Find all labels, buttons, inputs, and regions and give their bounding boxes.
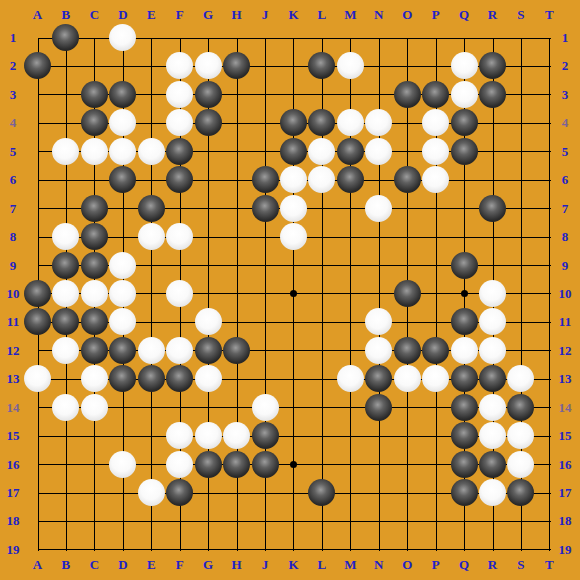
intersection-Q7[interactable] xyxy=(450,194,478,222)
intersection-H13[interactable] xyxy=(222,365,250,393)
intersection-Q16[interactable] xyxy=(450,450,478,478)
intersection-S7[interactable] xyxy=(507,194,535,222)
intersection-H14[interactable] xyxy=(222,393,250,421)
intersection-J8[interactable] xyxy=(251,222,279,250)
intersection-H6[interactable] xyxy=(222,165,250,193)
intersection-B3[interactable] xyxy=(52,80,80,108)
intersection-N13[interactable] xyxy=(365,365,393,393)
intersection-G3[interactable] xyxy=(194,80,222,108)
intersection-L9[interactable] xyxy=(308,251,336,279)
intersection-B12[interactable] xyxy=(52,336,80,364)
intersection-G1[interactable] xyxy=(194,23,222,51)
intersection-F15[interactable] xyxy=(165,421,193,449)
intersection-Q6[interactable] xyxy=(450,165,478,193)
intersection-S5[interactable] xyxy=(507,137,535,165)
intersection-E1[interactable] xyxy=(137,23,165,51)
intersection-R1[interactable] xyxy=(478,23,506,51)
intersection-B10[interactable] xyxy=(52,279,80,307)
intersection-E6[interactable] xyxy=(137,165,165,193)
intersection-J4[interactable] xyxy=(251,109,279,137)
intersection-Q2[interactable] xyxy=(450,52,478,80)
intersection-A5[interactable] xyxy=(23,137,51,165)
intersection-O10[interactable] xyxy=(393,279,421,307)
intersection-N16[interactable] xyxy=(365,450,393,478)
intersection-R17[interactable] xyxy=(478,478,506,506)
intersection-P12[interactable] xyxy=(421,336,449,364)
intersection-L16[interactable] xyxy=(308,450,336,478)
intersection-O4[interactable] xyxy=(393,109,421,137)
intersection-Q5[interactable] xyxy=(450,137,478,165)
intersection-S3[interactable] xyxy=(507,80,535,108)
intersection-L2[interactable] xyxy=(308,52,336,80)
intersection-M6[interactable] xyxy=(336,165,364,193)
intersection-J2[interactable] xyxy=(251,52,279,80)
intersection-O11[interactable] xyxy=(393,308,421,336)
intersection-O18[interactable] xyxy=(393,507,421,535)
intersection-H9[interactable] xyxy=(222,251,250,279)
intersection-G9[interactable] xyxy=(194,251,222,279)
intersection-D17[interactable] xyxy=(109,478,137,506)
intersection-D2[interactable] xyxy=(109,52,137,80)
intersection-J16[interactable] xyxy=(251,450,279,478)
intersection-D10[interactable] xyxy=(109,279,137,307)
intersection-M9[interactable] xyxy=(336,251,364,279)
intersection-P4[interactable] xyxy=(421,109,449,137)
intersection-A8[interactable] xyxy=(23,222,51,250)
intersection-Q17[interactable] xyxy=(450,478,478,506)
intersection-F4[interactable] xyxy=(165,109,193,137)
intersection-F13[interactable] xyxy=(165,365,193,393)
intersection-J10[interactable] xyxy=(251,279,279,307)
intersection-D14[interactable] xyxy=(109,393,137,421)
intersection-L14[interactable] xyxy=(308,393,336,421)
intersection-F12[interactable] xyxy=(165,336,193,364)
intersection-J6[interactable] xyxy=(251,165,279,193)
intersection-L15[interactable] xyxy=(308,421,336,449)
intersection-M10[interactable] xyxy=(336,279,364,307)
intersection-R14[interactable] xyxy=(478,393,506,421)
intersection-S4[interactable] xyxy=(507,109,535,137)
intersection-G2[interactable] xyxy=(194,52,222,80)
intersection-H7[interactable] xyxy=(222,194,250,222)
intersection-E17[interactable] xyxy=(137,478,165,506)
intersection-L6[interactable] xyxy=(308,165,336,193)
intersection-D3[interactable] xyxy=(109,80,137,108)
intersection-B7[interactable] xyxy=(52,194,80,222)
intersection-P10[interactable] xyxy=(421,279,449,307)
intersection-S11[interactable] xyxy=(507,308,535,336)
intersection-L7[interactable] xyxy=(308,194,336,222)
intersection-N12[interactable] xyxy=(365,336,393,364)
intersection-M3[interactable] xyxy=(336,80,364,108)
intersection-S12[interactable] xyxy=(507,336,535,364)
intersection-G5[interactable] xyxy=(194,137,222,165)
intersection-G13[interactable] xyxy=(194,365,222,393)
intersection-O13[interactable] xyxy=(393,365,421,393)
intersection-C10[interactable] xyxy=(80,279,108,307)
intersection-A13[interactable] xyxy=(23,365,51,393)
intersection-L11[interactable] xyxy=(308,308,336,336)
intersection-G7[interactable] xyxy=(194,194,222,222)
intersection-K18[interactable] xyxy=(279,507,307,535)
intersection-L12[interactable] xyxy=(308,336,336,364)
intersection-E8[interactable] xyxy=(137,222,165,250)
intersection-F18[interactable] xyxy=(165,507,193,535)
intersection-G4[interactable] xyxy=(194,109,222,137)
intersection-C16[interactable] xyxy=(80,450,108,478)
intersection-D9[interactable] xyxy=(109,251,137,279)
intersection-R7[interactable] xyxy=(478,194,506,222)
intersection-A16[interactable] xyxy=(23,450,51,478)
intersection-A7[interactable] xyxy=(23,194,51,222)
intersection-C14[interactable] xyxy=(80,393,108,421)
intersection-K15[interactable] xyxy=(279,421,307,449)
intersection-K14[interactable] xyxy=(279,393,307,421)
intersection-O17[interactable] xyxy=(393,478,421,506)
intersection-E10[interactable] xyxy=(137,279,165,307)
intersection-S2[interactable] xyxy=(507,52,535,80)
intersection-D1[interactable] xyxy=(109,23,137,51)
intersection-P15[interactable] xyxy=(421,421,449,449)
intersection-K16[interactable] xyxy=(279,450,307,478)
intersection-K9[interactable] xyxy=(279,251,307,279)
intersection-K4[interactable] xyxy=(279,109,307,137)
intersection-B18[interactable] xyxy=(52,507,80,535)
intersection-P5[interactable] xyxy=(421,137,449,165)
intersection-H12[interactable] xyxy=(222,336,250,364)
intersection-B11[interactable] xyxy=(52,308,80,336)
intersection-L13[interactable] xyxy=(308,365,336,393)
intersection-E4[interactable] xyxy=(137,109,165,137)
intersection-L8[interactable] xyxy=(308,222,336,250)
intersection-N8[interactable] xyxy=(365,222,393,250)
intersection-J13[interactable] xyxy=(251,365,279,393)
intersection-R13[interactable] xyxy=(478,365,506,393)
intersection-A12[interactable] xyxy=(23,336,51,364)
intersection-M4[interactable] xyxy=(336,109,364,137)
intersection-P2[interactable] xyxy=(421,52,449,80)
intersection-O6[interactable] xyxy=(393,165,421,193)
intersection-N17[interactable] xyxy=(365,478,393,506)
intersection-A18[interactable] xyxy=(23,507,51,535)
intersection-E5[interactable] xyxy=(137,137,165,165)
intersection-N11[interactable] xyxy=(365,308,393,336)
intersection-G14[interactable] xyxy=(194,393,222,421)
intersection-R12[interactable] xyxy=(478,336,506,364)
intersection-N6[interactable] xyxy=(365,165,393,193)
intersection-F14[interactable] xyxy=(165,393,193,421)
intersection-D7[interactable] xyxy=(109,194,137,222)
intersection-D5[interactable] xyxy=(109,137,137,165)
intersection-G10[interactable] xyxy=(194,279,222,307)
intersection-P14[interactable] xyxy=(421,393,449,421)
intersection-A6[interactable] xyxy=(23,165,51,193)
intersection-K6[interactable] xyxy=(279,165,307,193)
intersection-F2[interactable] xyxy=(165,52,193,80)
intersection-R10[interactable] xyxy=(478,279,506,307)
intersection-B13[interactable] xyxy=(52,365,80,393)
intersection-C17[interactable] xyxy=(80,478,108,506)
intersection-G6[interactable] xyxy=(194,165,222,193)
intersection-H5[interactable] xyxy=(222,137,250,165)
intersection-J18[interactable] xyxy=(251,507,279,535)
intersection-N5[interactable] xyxy=(365,137,393,165)
intersection-J7[interactable] xyxy=(251,194,279,222)
intersection-B2[interactable] xyxy=(52,52,80,80)
intersection-F6[interactable] xyxy=(165,165,193,193)
intersection-B5[interactable] xyxy=(52,137,80,165)
intersection-C5[interactable] xyxy=(80,137,108,165)
intersection-J12[interactable] xyxy=(251,336,279,364)
intersection-J17[interactable] xyxy=(251,478,279,506)
intersection-M5[interactable] xyxy=(336,137,364,165)
intersection-M2[interactable] xyxy=(336,52,364,80)
intersection-M13[interactable] xyxy=(336,365,364,393)
intersection-P16[interactable] xyxy=(421,450,449,478)
intersection-N7[interactable] xyxy=(365,194,393,222)
intersection-K7[interactable] xyxy=(279,194,307,222)
intersection-D8[interactable] xyxy=(109,222,137,250)
intersection-M15[interactable] xyxy=(336,421,364,449)
intersection-Q14[interactable] xyxy=(450,393,478,421)
intersection-B16[interactable] xyxy=(52,450,80,478)
intersection-C7[interactable] xyxy=(80,194,108,222)
intersection-C2[interactable] xyxy=(80,52,108,80)
intersection-R6[interactable] xyxy=(478,165,506,193)
intersection-B1[interactable] xyxy=(52,23,80,51)
intersection-R4[interactable] xyxy=(478,109,506,137)
intersection-J5[interactable] xyxy=(251,137,279,165)
intersection-D16[interactable] xyxy=(109,450,137,478)
intersection-J3[interactable] xyxy=(251,80,279,108)
intersection-P6[interactable] xyxy=(421,165,449,193)
intersection-H18[interactable] xyxy=(222,507,250,535)
intersection-D13[interactable] xyxy=(109,365,137,393)
intersection-L18[interactable] xyxy=(308,507,336,535)
intersection-O1[interactable] xyxy=(393,23,421,51)
intersection-F9[interactable] xyxy=(165,251,193,279)
intersection-R3[interactable] xyxy=(478,80,506,108)
intersection-R11[interactable] xyxy=(478,308,506,336)
intersection-M16[interactable] xyxy=(336,450,364,478)
intersection-L1[interactable] xyxy=(308,23,336,51)
intersection-P13[interactable] xyxy=(421,365,449,393)
intersection-P17[interactable] xyxy=(421,478,449,506)
intersection-N3[interactable] xyxy=(365,80,393,108)
intersection-S13[interactable] xyxy=(507,365,535,393)
intersection-O16[interactable] xyxy=(393,450,421,478)
intersection-S10[interactable] xyxy=(507,279,535,307)
intersection-R18[interactable] xyxy=(478,507,506,535)
intersection-E11[interactable] xyxy=(137,308,165,336)
intersection-A17[interactable] xyxy=(23,478,51,506)
intersection-R9[interactable] xyxy=(478,251,506,279)
intersection-P3[interactable] xyxy=(421,80,449,108)
intersection-K2[interactable] xyxy=(279,52,307,80)
intersection-R16[interactable] xyxy=(478,450,506,478)
intersection-E9[interactable] xyxy=(137,251,165,279)
intersection-M11[interactable] xyxy=(336,308,364,336)
intersection-F1[interactable] xyxy=(165,23,193,51)
intersection-Q11[interactable] xyxy=(450,308,478,336)
intersection-N10[interactable] xyxy=(365,279,393,307)
intersection-G16[interactable] xyxy=(194,450,222,478)
intersection-E7[interactable] xyxy=(137,194,165,222)
intersection-D11[interactable] xyxy=(109,308,137,336)
intersection-S16[interactable] xyxy=(507,450,535,478)
intersection-E3[interactable] xyxy=(137,80,165,108)
intersection-E14[interactable] xyxy=(137,393,165,421)
intersection-C15[interactable] xyxy=(80,421,108,449)
intersection-G15[interactable] xyxy=(194,421,222,449)
intersection-F3[interactable] xyxy=(165,80,193,108)
intersection-S17[interactable] xyxy=(507,478,535,506)
intersection-S14[interactable] xyxy=(507,393,535,421)
intersection-B14[interactable] xyxy=(52,393,80,421)
intersection-H16[interactable] xyxy=(222,450,250,478)
intersection-H15[interactable] xyxy=(222,421,250,449)
intersection-G11[interactable] xyxy=(194,308,222,336)
intersection-M8[interactable] xyxy=(336,222,364,250)
intersection-A1[interactable] xyxy=(23,23,51,51)
intersection-M7[interactable] xyxy=(336,194,364,222)
intersection-Q9[interactable] xyxy=(450,251,478,279)
intersection-F5[interactable] xyxy=(165,137,193,165)
intersection-B8[interactable] xyxy=(52,222,80,250)
intersection-K17[interactable] xyxy=(279,478,307,506)
intersection-O8[interactable] xyxy=(393,222,421,250)
intersection-Q10[interactable] xyxy=(450,279,478,307)
intersection-E15[interactable] xyxy=(137,421,165,449)
intersection-L3[interactable] xyxy=(308,80,336,108)
intersection-C8[interactable] xyxy=(80,222,108,250)
intersection-P9[interactable] xyxy=(421,251,449,279)
intersection-H2[interactable] xyxy=(222,52,250,80)
intersection-B6[interactable] xyxy=(52,165,80,193)
intersection-O2[interactable] xyxy=(393,52,421,80)
intersection-K11[interactable] xyxy=(279,308,307,336)
intersection-B9[interactable] xyxy=(52,251,80,279)
intersection-K1[interactable] xyxy=(279,23,307,51)
intersection-B15[interactable] xyxy=(52,421,80,449)
intersection-J11[interactable] xyxy=(251,308,279,336)
intersection-D18[interactable] xyxy=(109,507,137,535)
intersection-C11[interactable] xyxy=(80,308,108,336)
intersection-N18[interactable] xyxy=(365,507,393,535)
intersection-C12[interactable] xyxy=(80,336,108,364)
intersection-C13[interactable] xyxy=(80,365,108,393)
intersection-Q1[interactable] xyxy=(450,23,478,51)
intersection-D12[interactable] xyxy=(109,336,137,364)
intersection-N4[interactable] xyxy=(365,109,393,137)
intersection-J14[interactable] xyxy=(251,393,279,421)
intersection-G18[interactable] xyxy=(194,507,222,535)
intersection-R2[interactable] xyxy=(478,52,506,80)
intersection-L10[interactable] xyxy=(308,279,336,307)
intersection-H4[interactable] xyxy=(222,109,250,137)
intersection-F16[interactable] xyxy=(165,450,193,478)
intersection-Q15[interactable] xyxy=(450,421,478,449)
intersection-Q4[interactable] xyxy=(450,109,478,137)
intersection-J1[interactable] xyxy=(251,23,279,51)
intersection-P1[interactable] xyxy=(421,23,449,51)
intersection-C9[interactable] xyxy=(80,251,108,279)
intersection-F10[interactable] xyxy=(165,279,193,307)
intersection-R15[interactable] xyxy=(478,421,506,449)
intersection-J9[interactable] xyxy=(251,251,279,279)
intersection-O15[interactable] xyxy=(393,421,421,449)
intersection-B4[interactable] xyxy=(52,109,80,137)
intersection-E2[interactable] xyxy=(137,52,165,80)
intersection-O5[interactable] xyxy=(393,137,421,165)
intersection-A10[interactable] xyxy=(23,279,51,307)
intersection-J15[interactable] xyxy=(251,421,279,449)
intersection-G12[interactable] xyxy=(194,336,222,364)
intersection-M17[interactable] xyxy=(336,478,364,506)
intersection-S9[interactable] xyxy=(507,251,535,279)
intersection-F8[interactable] xyxy=(165,222,193,250)
intersection-S8[interactable] xyxy=(507,222,535,250)
intersection-A3[interactable] xyxy=(23,80,51,108)
intersection-O7[interactable] xyxy=(393,194,421,222)
intersection-O3[interactable] xyxy=(393,80,421,108)
intersection-B17[interactable] xyxy=(52,478,80,506)
intersection-K3[interactable] xyxy=(279,80,307,108)
intersection-S1[interactable] xyxy=(507,23,535,51)
go-board[interactable]: ABCDEFGHJKLMNOPQRST ABCDEFGHJKLMNOPQRST … xyxy=(0,0,580,580)
intersection-S18[interactable] xyxy=(507,507,535,535)
intersection-Q18[interactable] xyxy=(450,507,478,535)
intersection-R8[interactable] xyxy=(478,222,506,250)
intersection-L4[interactable] xyxy=(308,109,336,137)
intersection-D6[interactable] xyxy=(109,165,137,193)
intersection-E13[interactable] xyxy=(137,365,165,393)
intersection-A2[interactable] xyxy=(23,52,51,80)
intersection-L5[interactable] xyxy=(308,137,336,165)
intersection-A14[interactable] xyxy=(23,393,51,421)
intersection-E18[interactable] xyxy=(137,507,165,535)
intersection-C6[interactable] xyxy=(80,165,108,193)
intersection-P8[interactable] xyxy=(421,222,449,250)
intersection-H3[interactable] xyxy=(222,80,250,108)
intersection-M14[interactable] xyxy=(336,393,364,421)
intersection-H8[interactable] xyxy=(222,222,250,250)
intersection-N2[interactable] xyxy=(365,52,393,80)
intersection-K5[interactable] xyxy=(279,137,307,165)
intersection-F17[interactable] xyxy=(165,478,193,506)
intersection-O14[interactable] xyxy=(393,393,421,421)
intersection-A9[interactable] xyxy=(23,251,51,279)
intersection-R5[interactable] xyxy=(478,137,506,165)
intersection-K8[interactable] xyxy=(279,222,307,250)
intersection-D4[interactable] xyxy=(109,109,137,137)
intersection-A15[interactable] xyxy=(23,421,51,449)
intersection-M1[interactable] xyxy=(336,23,364,51)
intersection-C4[interactable] xyxy=(80,109,108,137)
intersection-N15[interactable] xyxy=(365,421,393,449)
intersection-H1[interactable] xyxy=(222,23,250,51)
intersection-L17[interactable] xyxy=(308,478,336,506)
intersection-O9[interactable] xyxy=(393,251,421,279)
intersection-Q3[interactable] xyxy=(450,80,478,108)
intersection-P11[interactable] xyxy=(421,308,449,336)
intersection-K12[interactable] xyxy=(279,336,307,364)
intersection-C1[interactable] xyxy=(80,23,108,51)
intersection-D15[interactable] xyxy=(109,421,137,449)
intersection-P7[interactable] xyxy=(421,194,449,222)
intersection-M18[interactable] xyxy=(336,507,364,535)
intersection-N1[interactable] xyxy=(365,23,393,51)
